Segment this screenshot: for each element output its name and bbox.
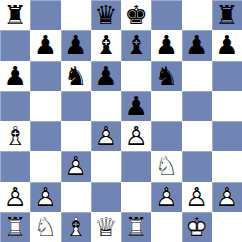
piece-outline-glyph: ♙	[121, 121, 151, 151]
piece-glyph: ♞	[61, 61, 91, 91]
square-b1[interactable]: ♞♘	[30, 212, 60, 242]
square-d1[interactable]: ♛♕	[91, 212, 121, 242]
piece-glyph: ♝	[91, 30, 121, 60]
black-bishop[interactable]: ♝	[91, 30, 121, 60]
piece-outline-glyph: ♙	[0, 182, 30, 212]
piece-outline-glyph: ♘	[151, 151, 181, 181]
white-pawn[interactable]: ♟♙	[30, 182, 60, 212]
black-king[interactable]: ♚	[121, 0, 151, 30]
black-pawn[interactable]: ♟	[151, 30, 181, 60]
piece-glyph: ♟	[151, 30, 181, 60]
piece-fill-glyph: ♝	[0, 121, 30, 151]
white-knight[interactable]: ♞♘	[151, 151, 181, 181]
square-e7[interactable]: ♝	[121, 30, 151, 60]
black-knight[interactable]: ♞	[151, 61, 181, 91]
chess-board: ♜♛♚♜♟♟♝♝♟♟♟♟♞♟♞♟♝♗♟♙♟♙♟♙♞♘♟♙♟♙♟♙♟♙♟♙♜♖♞♘…	[0, 0, 242, 242]
square-c5[interactable]	[61, 91, 91, 121]
square-a8[interactable]: ♜	[0, 0, 30, 30]
white-bishop[interactable]: ♝♗	[0, 121, 30, 151]
square-b2[interactable]: ♟♙	[30, 182, 60, 212]
square-d4[interactable]: ♟♙	[91, 121, 121, 151]
piece-outline-glyph: ♕	[91, 212, 121, 242]
piece-glyph: ♟	[30, 30, 60, 60]
black-pawn[interactable]: ♟	[91, 61, 121, 91]
square-f6[interactable]: ♞	[151, 61, 181, 91]
white-pawn[interactable]: ♟♙	[151, 182, 181, 212]
piece-fill-glyph: ♟	[212, 182, 242, 212]
piece-glyph: ♟	[61, 30, 91, 60]
square-e6[interactable]	[121, 61, 151, 91]
square-e5[interactable]: ♟	[121, 91, 151, 121]
square-a2[interactable]: ♟♙	[0, 182, 30, 212]
square-h2[interactable]: ♟♙	[212, 182, 242, 212]
square-b8[interactable]	[30, 0, 60, 30]
piece-fill-glyph: ♛	[91, 212, 121, 242]
square-b4[interactable]	[30, 121, 60, 151]
piece-fill-glyph: ♟	[121, 121, 151, 151]
piece-outline-glyph: ♔	[182, 212, 212, 242]
piece-glyph: ♜	[0, 0, 30, 30]
square-c2[interactable]	[61, 182, 91, 212]
square-b3[interactable]	[30, 151, 60, 181]
piece-outline-glyph: ♙	[30, 182, 60, 212]
white-pawn[interactable]: ♟♙	[61, 151, 91, 181]
black-bishop[interactable]: ♝	[121, 30, 151, 60]
piece-glyph: ♛	[91, 0, 121, 30]
square-a5[interactable]	[0, 91, 30, 121]
square-g2[interactable]: ♟♙	[182, 182, 212, 212]
piece-fill-glyph: ♟	[30, 182, 60, 212]
piece-fill-glyph: ♞	[151, 151, 181, 181]
piece-outline-glyph: ♙	[151, 182, 181, 212]
white-pawn[interactable]: ♟♙	[0, 182, 30, 212]
piece-glyph: ♞	[151, 61, 181, 91]
black-queen[interactable]: ♛	[91, 0, 121, 30]
square-d3[interactable]	[91, 151, 121, 181]
black-rook[interactable]: ♜	[212, 0, 242, 30]
black-pawn[interactable]: ♟	[121, 91, 151, 121]
square-a7[interactable]	[0, 30, 30, 60]
square-h3[interactable]	[212, 151, 242, 181]
square-c6[interactable]: ♞	[61, 61, 91, 91]
piece-fill-glyph: ♟	[91, 121, 121, 151]
piece-fill-glyph: ♟	[151, 182, 181, 212]
black-pawn[interactable]: ♟	[30, 30, 60, 60]
piece-fill-glyph: ♟	[61, 151, 91, 181]
square-d5[interactable]	[91, 91, 121, 121]
piece-glyph: ♜	[212, 0, 242, 30]
black-pawn[interactable]: ♟	[0, 61, 30, 91]
white-rook[interactable]: ♜♖	[0, 212, 30, 242]
square-d8[interactable]: ♛	[91, 0, 121, 30]
piece-outline-glyph: ♗	[61, 212, 91, 242]
square-e2[interactable]	[121, 182, 151, 212]
square-h8[interactable]: ♜	[212, 0, 242, 30]
square-g8[interactable]	[182, 0, 212, 30]
square-d2[interactable]	[91, 182, 121, 212]
piece-fill-glyph: ♜	[121, 212, 151, 242]
piece-fill-glyph: ♟	[182, 182, 212, 212]
square-c8[interactable]	[61, 0, 91, 30]
square-c7[interactable]: ♟	[61, 30, 91, 60]
square-a1[interactable]: ♜♖	[0, 212, 30, 242]
piece-glyph: ♟	[0, 61, 30, 91]
piece-glyph: ♟	[212, 30, 242, 60]
white-pawn[interactable]: ♟♙	[121, 121, 151, 151]
white-pawn[interactable]: ♟♙	[91, 121, 121, 151]
piece-outline-glyph: ♙	[61, 151, 91, 181]
black-pawn[interactable]: ♟	[61, 30, 91, 60]
piece-glyph: ♝	[121, 30, 151, 60]
piece-glyph: ♟	[121, 91, 151, 121]
piece-glyph: ♟	[182, 30, 212, 60]
white-king[interactable]: ♚♔	[182, 212, 212, 242]
piece-outline-glyph: ♙	[212, 182, 242, 212]
black-knight[interactable]: ♞	[61, 61, 91, 91]
piece-outline-glyph: ♖	[0, 212, 30, 242]
square-f2[interactable]: ♟♙	[151, 182, 181, 212]
black-pawn[interactable]: ♟	[212, 30, 242, 60]
white-pawn[interactable]: ♟♙	[212, 182, 242, 212]
square-f5[interactable]	[151, 91, 181, 121]
piece-fill-glyph: ♟	[0, 182, 30, 212]
piece-outline-glyph: ♖	[121, 212, 151, 242]
square-e4[interactable]: ♟♙	[121, 121, 151, 151]
white-pawn[interactable]: ♟♙	[182, 182, 212, 212]
square-f1[interactable]	[151, 212, 181, 242]
square-d7[interactable]: ♝	[91, 30, 121, 60]
square-c1[interactable]: ♝♗	[61, 212, 91, 242]
square-e8[interactable]: ♚	[121, 0, 151, 30]
white-queen[interactable]: ♛♕	[91, 212, 121, 242]
black-rook[interactable]: ♜	[0, 0, 30, 30]
square-g7[interactable]: ♟	[182, 30, 212, 60]
piece-outline-glyph: ♙	[182, 182, 212, 212]
square-b5[interactable]	[30, 91, 60, 121]
square-g5[interactable]	[182, 91, 212, 121]
square-e3[interactable]	[121, 151, 151, 181]
white-rook[interactable]: ♜♖	[121, 212, 151, 242]
square-f8[interactable]	[151, 0, 181, 30]
piece-fill-glyph: ♝	[61, 212, 91, 242]
square-h4[interactable]	[212, 121, 242, 151]
black-pawn[interactable]: ♟	[182, 30, 212, 60]
piece-outline-glyph: ♙	[91, 121, 121, 151]
white-bishop[interactable]: ♝♗	[61, 212, 91, 242]
square-c3[interactable]: ♟♙	[61, 151, 91, 181]
square-g4[interactable]	[182, 121, 212, 151]
square-g3[interactable]	[182, 151, 212, 181]
square-h1[interactable]	[212, 212, 242, 242]
square-f7[interactable]: ♟	[151, 30, 181, 60]
piece-fill-glyph: ♞	[30, 212, 60, 242]
square-f3[interactable]: ♞♘	[151, 151, 181, 181]
square-d6[interactable]: ♟	[91, 61, 121, 91]
square-b7[interactable]: ♟	[30, 30, 60, 60]
square-a4[interactable]: ♝♗	[0, 121, 30, 151]
square-h5[interactable]	[212, 91, 242, 121]
piece-glyph: ♚	[121, 0, 151, 30]
square-g1[interactable]: ♚♔	[182, 212, 212, 242]
piece-outline-glyph: ♗	[0, 121, 30, 151]
square-a6[interactable]: ♟	[0, 61, 30, 91]
square-c4[interactable]	[61, 121, 91, 151]
square-e1[interactable]: ♜♖	[121, 212, 151, 242]
piece-fill-glyph: ♚	[182, 212, 212, 242]
piece-fill-glyph: ♜	[0, 212, 30, 242]
square-h6[interactable]	[212, 61, 242, 91]
square-a3[interactable]	[0, 151, 30, 181]
square-g6[interactable]	[182, 61, 212, 91]
piece-outline-glyph: ♘	[30, 212, 60, 242]
white-knight[interactable]: ♞♘	[30, 212, 60, 242]
square-h7[interactable]: ♟	[212, 30, 242, 60]
square-b6[interactable]	[30, 61, 60, 91]
square-f4[interactable]	[151, 121, 181, 151]
piece-glyph: ♟	[91, 61, 121, 91]
